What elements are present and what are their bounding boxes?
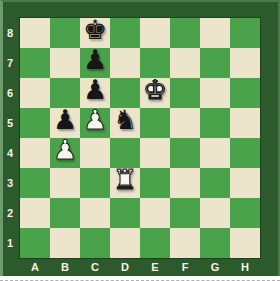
square-c4[interactable] bbox=[80, 138, 110, 168]
square-c1[interactable] bbox=[80, 228, 110, 258]
piece-white-pawn-b4[interactable]: ♟ bbox=[53, 135, 77, 165]
square-f7[interactable] bbox=[170, 48, 200, 78]
square-g1[interactable] bbox=[200, 228, 230, 258]
square-c3[interactable] bbox=[80, 168, 110, 198]
square-c5[interactable]: ♟ bbox=[80, 108, 110, 138]
square-b4[interactable]: ♟ bbox=[50, 138, 80, 168]
chess-board: ♚♟♟♚♟♟♞♟♜ bbox=[20, 18, 260, 258]
square-f6[interactable] bbox=[170, 78, 200, 108]
square-f2[interactable] bbox=[170, 198, 200, 228]
square-g7[interactable] bbox=[200, 48, 230, 78]
rank-label-2: 2 bbox=[0, 198, 20, 228]
square-h4[interactable] bbox=[230, 138, 260, 168]
square-g3[interactable] bbox=[200, 168, 230, 198]
rank-label-5: 5 bbox=[0, 108, 20, 138]
file-label-h: H bbox=[230, 258, 260, 275]
square-e6[interactable]: ♚ bbox=[140, 78, 170, 108]
square-b2[interactable] bbox=[50, 198, 80, 228]
piece-black-pawn-b5[interactable]: ♟ bbox=[53, 105, 77, 135]
square-e8[interactable] bbox=[140, 18, 170, 48]
square-e4[interactable] bbox=[140, 138, 170, 168]
square-d1[interactable] bbox=[110, 228, 140, 258]
piece-black-pawn-c7[interactable]: ♟ bbox=[83, 45, 107, 75]
page-bottom-strip bbox=[0, 276, 280, 281]
square-a6[interactable] bbox=[20, 78, 50, 108]
square-a3[interactable] bbox=[20, 168, 50, 198]
square-b7[interactable] bbox=[50, 48, 80, 78]
square-e1[interactable] bbox=[140, 228, 170, 258]
square-h6[interactable] bbox=[230, 78, 260, 108]
square-f8[interactable] bbox=[170, 18, 200, 48]
square-d7[interactable] bbox=[110, 48, 140, 78]
rank-labels: 87654321 bbox=[0, 18, 20, 258]
square-g6[interactable] bbox=[200, 78, 230, 108]
rank-label-6: 6 bbox=[0, 78, 20, 108]
piece-white-king-e6[interactable]: ♚ bbox=[143, 75, 167, 105]
square-a8[interactable] bbox=[20, 18, 50, 48]
square-d3[interactable]: ♜ bbox=[110, 168, 140, 198]
square-h7[interactable] bbox=[230, 48, 260, 78]
square-h2[interactable] bbox=[230, 198, 260, 228]
square-e5[interactable] bbox=[140, 108, 170, 138]
file-label-b: B bbox=[50, 258, 80, 275]
square-h8[interactable] bbox=[230, 18, 260, 48]
square-f5[interactable] bbox=[170, 108, 200, 138]
square-e3[interactable] bbox=[140, 168, 170, 198]
file-label-d: D bbox=[110, 258, 140, 275]
file-label-g: G bbox=[200, 258, 230, 275]
file-label-a: A bbox=[20, 258, 50, 275]
square-h5[interactable] bbox=[230, 108, 260, 138]
square-b1[interactable] bbox=[50, 228, 80, 258]
square-a7[interactable] bbox=[20, 48, 50, 78]
square-f4[interactable] bbox=[170, 138, 200, 168]
square-e2[interactable] bbox=[140, 198, 170, 228]
rank-label-1: 1 bbox=[0, 228, 20, 258]
square-f3[interactable] bbox=[170, 168, 200, 198]
square-a2[interactable] bbox=[20, 198, 50, 228]
square-a5[interactable] bbox=[20, 108, 50, 138]
piece-white-pawn-c5[interactable]: ♟ bbox=[83, 105, 107, 135]
square-b8[interactable] bbox=[50, 18, 80, 48]
piece-black-knight-d5[interactable]: ♞ bbox=[113, 105, 137, 135]
square-h1[interactable] bbox=[230, 228, 260, 258]
rank-label-4: 4 bbox=[0, 138, 20, 168]
rank-label-8: 8 bbox=[0, 18, 20, 48]
file-label-f: F bbox=[170, 258, 200, 275]
rank-label-7: 7 bbox=[0, 48, 20, 78]
file-labels: ABCDEFGH bbox=[20, 258, 260, 275]
square-b3[interactable] bbox=[50, 168, 80, 198]
square-a1[interactable] bbox=[20, 228, 50, 258]
file-label-c: C bbox=[80, 258, 110, 275]
piece-white-rook-d3[interactable]: ♜ bbox=[113, 165, 137, 195]
file-label-e: E bbox=[140, 258, 170, 275]
piece-black-king-c8[interactable]: ♚ bbox=[83, 15, 107, 45]
square-d8[interactable] bbox=[110, 18, 140, 48]
square-f1[interactable] bbox=[170, 228, 200, 258]
square-d5[interactable]: ♞ bbox=[110, 108, 140, 138]
piece-black-pawn-c6[interactable]: ♟ bbox=[83, 75, 107, 105]
square-d2[interactable] bbox=[110, 198, 140, 228]
rank-label-3: 3 bbox=[0, 168, 20, 198]
square-g8[interactable] bbox=[200, 18, 230, 48]
square-h3[interactable] bbox=[230, 168, 260, 198]
square-a4[interactable] bbox=[20, 138, 50, 168]
square-c2[interactable] bbox=[80, 198, 110, 228]
square-g5[interactable] bbox=[200, 108, 230, 138]
square-g4[interactable] bbox=[200, 138, 230, 168]
square-g2[interactable] bbox=[200, 198, 230, 228]
